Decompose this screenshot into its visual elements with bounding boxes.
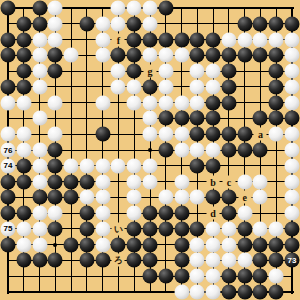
white-stone[interactable]: [95, 158, 110, 173]
white-stone[interactable]: [64, 158, 79, 173]
black-stone[interactable]: [48, 64, 63, 79]
black-stone[interactable]: [111, 237, 126, 252]
black-stone[interactable]: [158, 111, 173, 126]
black-stone[interactable]: [1, 32, 16, 47]
white-stone[interactable]: [221, 221, 236, 236]
go-board[interactable]: 76747573fgabcedいろ: [0, 0, 300, 300]
white-stone[interactable]: [285, 174, 300, 189]
white-stone[interactable]: [48, 95, 63, 110]
point-label-ろ: ろ: [112, 254, 125, 267]
black-stone[interactable]: [253, 237, 268, 252]
hoshi-point: [53, 243, 57, 247]
white-stone[interactable]: [285, 206, 300, 221]
white-stone[interactable]: [48, 16, 63, 31]
white-stone[interactable]: [269, 127, 284, 142]
white-stone[interactable]: [174, 143, 189, 158]
white-stone[interactable]: [127, 1, 142, 16]
white-stone[interactable]: [174, 285, 189, 300]
black-stone[interactable]: [221, 79, 236, 94]
white-stone[interactable]: [206, 143, 221, 158]
white-stone[interactable]: [48, 206, 63, 221]
black-stone[interactable]: [269, 16, 284, 31]
white-stone[interactable]: [127, 158, 142, 173]
black-stone[interactable]: [64, 237, 79, 252]
white-stone[interactable]: [95, 174, 110, 189]
white-stone[interactable]: [190, 269, 205, 284]
white-stone[interactable]: [285, 190, 300, 205]
white-stone[interactable]: [32, 221, 47, 236]
black-stone[interactable]: [158, 221, 173, 236]
white-stone[interactable]: [127, 190, 142, 205]
white-stone[interactable]: [174, 127, 189, 142]
black-stone[interactable]: [285, 16, 300, 31]
white-stone[interactable]: [32, 79, 47, 94]
black-stone[interactable]: [206, 32, 221, 47]
black-stone[interactable]: [221, 285, 236, 300]
white-stone[interactable]: [143, 174, 158, 189]
white-stone[interactable]: [285, 64, 300, 79]
white-stone[interactable]: [32, 206, 47, 221]
white-stone[interactable]: [127, 174, 142, 189]
white-stone[interactable]: [190, 253, 205, 268]
black-stone[interactable]: [237, 285, 252, 300]
black-stone[interactable]: [48, 253, 63, 268]
black-stone[interactable]: [190, 48, 205, 63]
black-stone[interactable]: [1, 237, 16, 252]
black-stone[interactable]: [221, 127, 236, 142]
black-stone[interactable]: [269, 237, 284, 252]
white-stone[interactable]: [32, 158, 47, 173]
white-stone[interactable]: [95, 206, 110, 221]
black-stone[interactable]: [269, 253, 284, 268]
white-stone[interactable]: [158, 64, 173, 79]
white-stone[interactable]: [285, 48, 300, 63]
point-label-a: a: [254, 128, 267, 141]
black-stone[interactable]: [127, 64, 142, 79]
black-stone[interactable]: [111, 48, 126, 63]
white-stone[interactable]: [79, 190, 94, 205]
black-stone[interactable]: [206, 111, 221, 126]
white-stone[interactable]: [32, 174, 47, 189]
black-stone[interactable]: [221, 64, 236, 79]
black-stone[interactable]: [206, 127, 221, 142]
black-stone[interactable]: [206, 95, 221, 110]
black-stone[interactable]: [269, 111, 284, 126]
black-stone[interactable]: [32, 16, 47, 31]
white-stone[interactable]: [48, 1, 63, 16]
white-stone[interactable]: [174, 190, 189, 205]
white-stone[interactable]: [48, 127, 63, 142]
black-stone[interactable]: [127, 32, 142, 47]
white-stone[interactable]: [285, 95, 300, 110]
white-stone[interactable]: [206, 64, 221, 79]
black-stone[interactable]: [1, 48, 16, 63]
white-stone[interactable]: [206, 79, 221, 94]
black-stone[interactable]: [48, 190, 63, 205]
white-stone[interactable]: [253, 221, 268, 236]
black-stone[interactable]: [16, 32, 31, 47]
move-number-stone-73[interactable]: 73: [285, 253, 300, 268]
white-stone[interactable]: [32, 237, 47, 252]
white-stone[interactable]: [285, 143, 300, 158]
black-stone[interactable]: [269, 64, 284, 79]
black-stone[interactable]: [174, 269, 189, 284]
black-stone[interactable]: [158, 1, 173, 16]
black-stone[interactable]: [221, 190, 236, 205]
white-stone[interactable]: [174, 48, 189, 63]
black-stone[interactable]: [32, 253, 47, 268]
white-stone[interactable]: [32, 111, 47, 126]
white-stone[interactable]: [95, 221, 110, 236]
black-stone[interactable]: [48, 143, 63, 158]
black-stone[interactable]: [32, 1, 47, 16]
black-stone[interactable]: [237, 48, 252, 63]
black-stone[interactable]: [269, 95, 284, 110]
white-stone[interactable]: [32, 32, 47, 47]
point-label-g: g: [144, 65, 157, 78]
white-stone[interactable]: [221, 253, 236, 268]
white-stone[interactable]: [158, 79, 173, 94]
white-stone[interactable]: [1, 95, 16, 110]
white-stone[interactable]: [190, 64, 205, 79]
white-stone[interactable]: [237, 32, 252, 47]
white-stone[interactable]: [48, 32, 63, 47]
black-stone[interactable]: [253, 111, 268, 126]
black-stone[interactable]: [48, 158, 63, 173]
white-stone[interactable]: [221, 237, 236, 252]
black-stone[interactable]: [64, 174, 79, 189]
black-stone[interactable]: [221, 95, 236, 110]
white-stone[interactable]: [79, 158, 94, 173]
white-stone[interactable]: [174, 174, 189, 189]
white-stone[interactable]: [111, 158, 126, 173]
black-stone[interactable]: [221, 269, 236, 284]
black-stone[interactable]: [174, 237, 189, 252]
black-stone[interactable]: [158, 32, 173, 47]
black-stone[interactable]: [79, 174, 94, 189]
white-stone[interactable]: [95, 190, 110, 205]
white-stone[interactable]: [111, 64, 126, 79]
black-stone[interactable]: [127, 221, 142, 236]
black-stone[interactable]: [253, 269, 268, 284]
white-stone[interactable]: [174, 95, 189, 110]
white-stone[interactable]: [95, 32, 110, 47]
white-stone[interactable]: [206, 285, 221, 300]
white-stone[interactable]: [95, 16, 110, 31]
black-stone[interactable]: [221, 143, 236, 158]
black-stone[interactable]: [1, 206, 16, 221]
point-label-d: d: [207, 207, 220, 220]
black-stone[interactable]: [79, 237, 94, 252]
white-stone[interactable]: [64, 48, 79, 63]
white-stone[interactable]: [190, 95, 205, 110]
black-stone[interactable]: [190, 111, 205, 126]
white-stone[interactable]: [253, 32, 268, 47]
white-stone[interactable]: [158, 127, 173, 142]
white-stone[interactable]: [1, 127, 16, 142]
white-stone[interactable]: [143, 127, 158, 142]
white-stone[interactable]: [95, 95, 110, 110]
white-stone[interactable]: [285, 158, 300, 173]
white-stone[interactable]: [237, 174, 252, 189]
white-stone[interactable]: [253, 174, 268, 189]
black-stone[interactable]: [79, 221, 94, 236]
black-stone[interactable]: [206, 190, 221, 205]
black-stone[interactable]: [174, 253, 189, 268]
black-stone[interactable]: [190, 221, 205, 236]
black-stone[interactable]: [79, 206, 94, 221]
white-stone[interactable]: [190, 79, 205, 94]
black-stone[interactable]: [285, 221, 300, 236]
white-stone[interactable]: [143, 1, 158, 16]
white-stone[interactable]: [127, 95, 142, 110]
white-stone[interactable]: [206, 269, 221, 284]
black-stone[interactable]: [16, 158, 31, 173]
hoshi-point: [148, 148, 152, 152]
black-stone[interactable]: [253, 16, 268, 31]
black-stone[interactable]: [16, 48, 31, 63]
black-stone[interactable]: [269, 48, 284, 63]
black-stone[interactable]: [1, 174, 16, 189]
black-stone[interactable]: [79, 16, 94, 31]
black-stone[interactable]: [174, 111, 189, 126]
black-stone[interactable]: [95, 253, 110, 268]
black-stone[interactable]: [127, 48, 142, 63]
black-stone[interactable]: [95, 127, 110, 142]
move-number-stone-76[interactable]: 76: [1, 143, 16, 158]
black-stone[interactable]: [48, 221, 63, 236]
black-stone[interactable]: [221, 48, 236, 63]
black-stone[interactable]: [16, 206, 31, 221]
black-stone[interactable]: [190, 158, 205, 173]
black-stone[interactable]: [237, 237, 252, 252]
black-stone[interactable]: [127, 237, 142, 252]
white-stone[interactable]: [111, 79, 126, 94]
point-label-f: f: [112, 33, 125, 46]
black-stone[interactable]: [206, 48, 221, 63]
black-stone[interactable]: [269, 285, 284, 300]
white-stone[interactable]: [16, 237, 31, 252]
white-stone[interactable]: [253, 190, 268, 205]
point-label-b: b: [207, 175, 220, 188]
black-stone[interactable]: [127, 253, 142, 268]
white-stone[interactable]: [158, 190, 173, 205]
black-stone[interactable]: [143, 269, 158, 284]
black-stone[interactable]: [16, 174, 31, 189]
white-stone[interactable]: [143, 158, 158, 173]
white-stone[interactable]: [143, 16, 158, 31]
black-stone[interactable]: [206, 158, 221, 173]
black-stone[interactable]: [1, 79, 16, 94]
white-stone[interactable]: [111, 16, 126, 31]
black-stone[interactable]: [253, 48, 268, 63]
black-stone[interactable]: [143, 206, 158, 221]
white-stone[interactable]: [143, 95, 158, 110]
black-stone[interactable]: [143, 79, 158, 94]
black-stone[interactable]: [253, 285, 268, 300]
white-stone[interactable]: [16, 221, 31, 236]
white-stone[interactable]: [158, 95, 173, 110]
black-stone[interactable]: [253, 143, 268, 158]
white-stone[interactable]: [127, 79, 142, 94]
black-stone[interactable]: [79, 253, 94, 268]
white-stone[interactable]: [190, 190, 205, 205]
black-stone[interactable]: [269, 79, 284, 94]
move-number-stone-74[interactable]: 74: [1, 158, 16, 173]
black-stone[interactable]: [237, 221, 252, 236]
black-stone[interactable]: [237, 143, 252, 158]
black-stone[interactable]: [174, 206, 189, 221]
white-stone[interactable]: [95, 237, 110, 252]
black-stone[interactable]: [143, 221, 158, 236]
point-label-c: c: [222, 175, 235, 188]
white-stone[interactable]: [206, 221, 221, 236]
black-stone[interactable]: [143, 237, 158, 252]
black-stone[interactable]: [32, 190, 47, 205]
white-stone[interactable]: [206, 253, 221, 268]
white-stone[interactable]: [158, 48, 173, 63]
white-stone[interactable]: [190, 237, 205, 252]
white-stone[interactable]: [143, 48, 158, 63]
point-label-い: い: [112, 222, 125, 235]
black-stone[interactable]: [190, 32, 205, 47]
black-stone[interactable]: [253, 253, 268, 268]
white-stone[interactable]: [237, 206, 252, 221]
black-stone[interactable]: [237, 127, 252, 142]
black-stone[interactable]: [127, 16, 142, 31]
white-stone[interactable]: [190, 143, 205, 158]
black-stone[interactable]: [158, 206, 173, 221]
point-label-e: e: [238, 191, 251, 204]
black-stone[interactable]: [174, 32, 189, 47]
white-stone[interactable]: [95, 48, 110, 63]
white-stone[interactable]: [285, 32, 300, 47]
black-stone[interactable]: [48, 174, 63, 189]
black-stone[interactable]: [237, 16, 252, 31]
black-stone[interactable]: [158, 269, 173, 284]
black-stone[interactable]: [285, 237, 300, 252]
black-stone[interactable]: [221, 206, 236, 221]
white-stone[interactable]: [16, 95, 31, 110]
white-stone[interactable]: [221, 32, 236, 47]
white-stone[interactable]: [16, 127, 31, 142]
white-stone[interactable]: [285, 79, 300, 94]
black-stone[interactable]: [158, 143, 173, 158]
white-stone[interactable]: [32, 64, 47, 79]
black-stone[interactable]: [143, 253, 158, 268]
black-stone[interactable]: [64, 190, 79, 205]
black-stone[interactable]: [143, 32, 158, 47]
white-stone[interactable]: [237, 253, 252, 268]
white-stone[interactable]: [190, 285, 205, 300]
white-stone[interactable]: [285, 127, 300, 142]
white-stone[interactable]: [16, 143, 31, 158]
black-stone[interactable]: [16, 64, 31, 79]
black-stone[interactable]: [190, 127, 205, 142]
black-stone[interactable]: [174, 221, 189, 236]
white-stone[interactable]: [206, 237, 221, 252]
black-stone[interactable]: [16, 253, 31, 268]
black-stone[interactable]: [237, 269, 252, 284]
black-stone[interactable]: [16, 79, 31, 94]
black-stone[interactable]: [1, 1, 16, 16]
move-number-stone-75[interactable]: 75: [1, 221, 16, 236]
white-stone[interactable]: [32, 48, 47, 63]
white-stone[interactable]: [111, 1, 126, 16]
white-stone[interactable]: [269, 269, 284, 284]
white-stone[interactable]: [32, 143, 47, 158]
white-stone[interactable]: [143, 111, 158, 126]
white-stone[interactable]: [269, 221, 284, 236]
black-stone[interactable]: [1, 190, 16, 205]
white-stone[interactable]: [269, 32, 284, 47]
black-stone[interactable]: [285, 111, 300, 126]
white-stone[interactable]: [127, 206, 142, 221]
black-stone[interactable]: [48, 48, 63, 63]
black-stone[interactable]: [16, 16, 31, 31]
